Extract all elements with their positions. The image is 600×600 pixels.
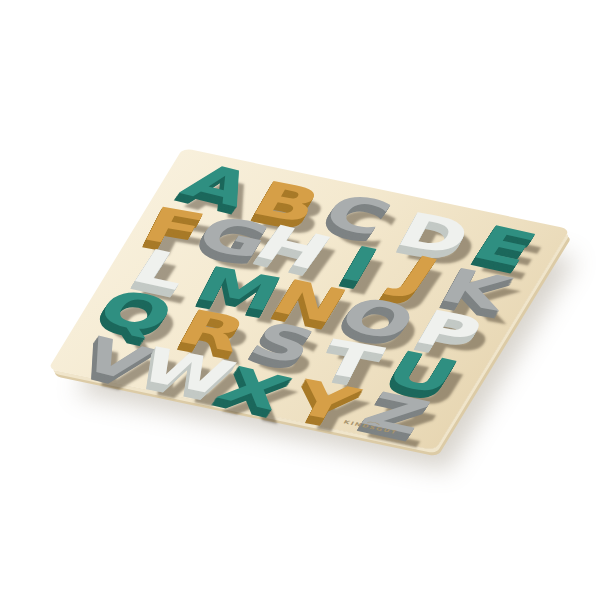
letter-grid: ABCDEFGHIJKLMNOPQRSTUVWXYZ <box>48 148 570 450</box>
puzzle-board: ABCDEFGHIJKLMNOPQRSTUVWXYZ KINDSGUT <box>48 148 570 450</box>
product-photo: ABCDEFGHIJKLMNOPQRSTUVWXYZ KINDSGUT <box>0 0 600 600</box>
